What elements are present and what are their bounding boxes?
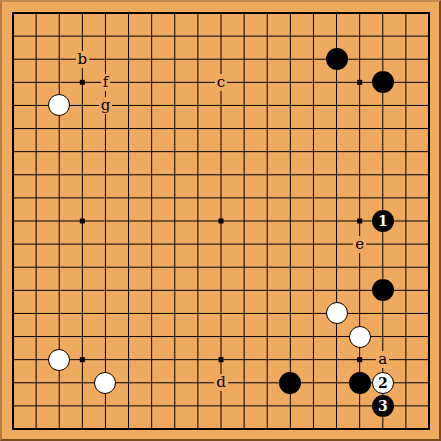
point-label-e: e (353, 236, 366, 253)
board-intersections-layer: abcdefg123 (1, 1, 440, 440)
go-board: abcdefg123 (0, 0, 441, 441)
white-stone-c15 (48, 94, 70, 116)
black-stone-q3 (349, 372, 371, 394)
white-stone-p6 (326, 302, 348, 324)
white-stone-e3 (94, 372, 116, 394)
black-stone-r16 (372, 71, 394, 93)
black-stone-n3 (279, 372, 301, 394)
point-label-g: g (99, 97, 113, 114)
point-label-a: a (376, 351, 389, 368)
black-stone-p17 (326, 48, 348, 70)
white-stone-q5 (349, 326, 371, 348)
white-stone-2-r3: 2 (372, 372, 394, 394)
point-label-d: d (214, 374, 228, 391)
black-stone-r7 (372, 279, 394, 301)
point-label-b: b (76, 51, 90, 68)
white-stone-c4 (48, 349, 70, 371)
black-stone-3-r2: 3 (372, 395, 394, 417)
point-label-f: f (101, 74, 111, 91)
black-stone-1-r10: 1 (372, 210, 394, 232)
point-label-c: c (215, 74, 227, 91)
